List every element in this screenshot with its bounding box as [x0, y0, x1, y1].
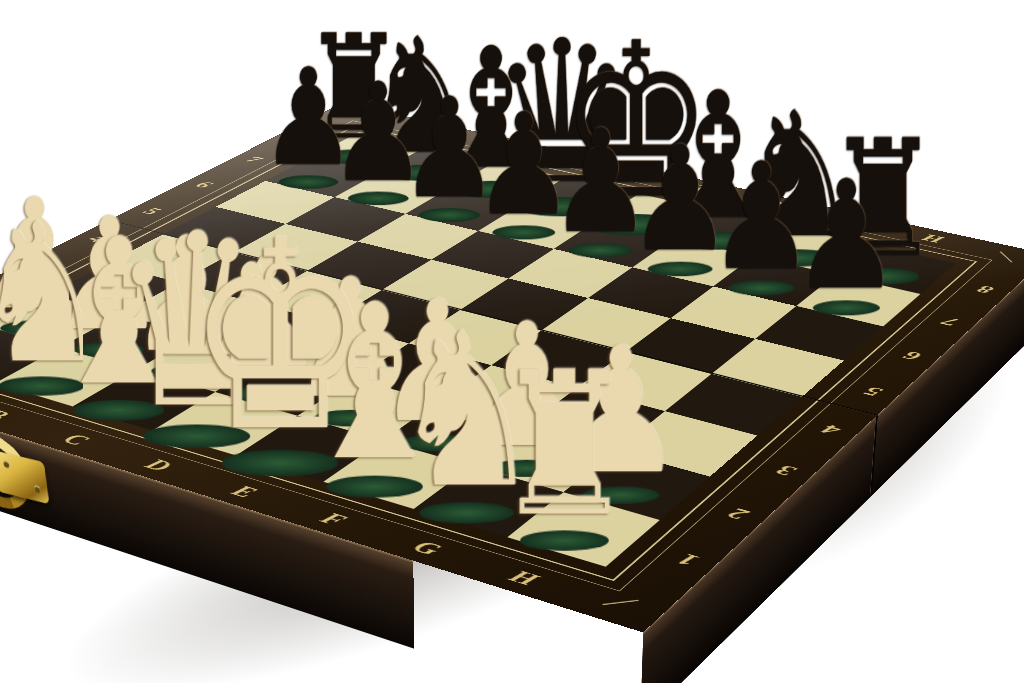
- scene: ♜♞♝♛♚♝♞♜♟♟♟♟♟♟♟♟♟♟♟♟♟♟♟♟♜♞♝♛♚♝♞♜ AABBCCD…: [0, 0, 1024, 683]
- piece-white-rook: ♜: [439, 346, 689, 544]
- piece-black-pawn: ♟: [743, 160, 951, 310]
- chess-board-anchor: ♜♞♝♛♚♝♞♜♟♟♟♟♟♟♟♟♟♟♟♟♟♟♟♟♜♞♝♛♚♝♞♜ AABBCCD…: [10, 0, 910, 683]
- chess-board: ♜♞♝♛♚♝♞♜♟♟♟♟♟♟♟♟♟♟♟♟♟♟♟♟♜♞♝♛♚♝♞♜ AABBCCD…: [0, 103, 1024, 633]
